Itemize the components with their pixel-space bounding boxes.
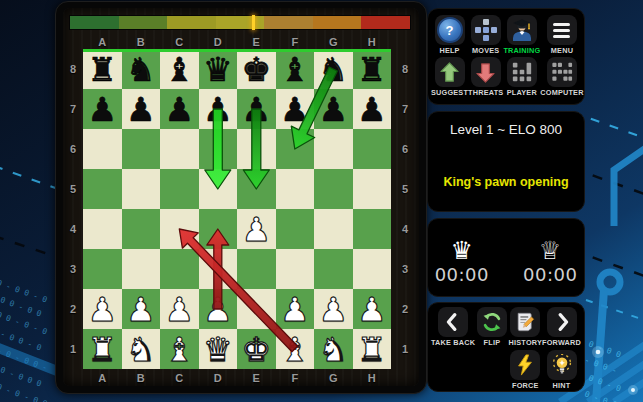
square-c7[interactable]: ♟ — [160, 89, 199, 129]
black-pawn[interactable]: ♟ — [83, 89, 122, 129]
file-label: C — [160, 36, 199, 48]
square-e2[interactable] — [237, 289, 276, 329]
file-label: B — [122, 372, 161, 384]
square-g8[interactable]: ♞ — [314, 49, 353, 89]
square-h5[interactable] — [353, 169, 392, 209]
forward-label: FORWARD — [542, 338, 581, 347]
square-e5[interactable] — [237, 169, 276, 209]
menu-icon — [547, 15, 577, 45]
square-f6[interactable] — [276, 129, 315, 169]
file-label: C — [160, 372, 199, 384]
black-bishop[interactable]: ♝ — [276, 49, 315, 89]
file-label: A — [83, 36, 122, 48]
white-pawn[interactable]: ♟ — [199, 289, 238, 329]
black-knight[interactable]: ♞ — [122, 49, 161, 89]
forward-button[interactable]: FORWARD — [542, 307, 581, 350]
square-b2[interactable]: ♟ — [122, 289, 161, 329]
force-button[interactable]: FORCE — [509, 350, 542, 393]
hint-label: HINT — [553, 381, 571, 390]
square-f5[interactable] — [276, 169, 315, 209]
square-a3[interactable] — [83, 249, 122, 289]
square-h7[interactable]: ♟ — [353, 89, 392, 129]
rank-label: 8 — [391, 63, 419, 75]
moves-label: MOVES — [472, 46, 499, 55]
file-labels-bottom: ABCDEFGH — [83, 369, 391, 386]
menu-label: MENU — [551, 46, 573, 55]
square-a1[interactable]: ♜ — [83, 329, 122, 369]
menu-button[interactable]: MENU — [540, 15, 583, 57]
square-g7[interactable]: ♟ — [314, 89, 353, 129]
square-c2[interactable]: ♟ — [160, 289, 199, 329]
board-area: ♜♞♝♛♚♝♞♜♟♟♟♟♟♟♟♟♟♟♟♟♟♟♟♟♜♞♝♛♚♝♞♜ — [83, 49, 391, 369]
white-king[interactable]: ♚ — [237, 329, 276, 369]
file-labels-top: ABCDEFGH — [83, 34, 391, 49]
eval-segment — [119, 16, 168, 29]
training-label: TRAINING — [503, 46, 540, 55]
file-label: E — [237, 36, 276, 48]
square-c3[interactable] — [160, 249, 199, 289]
square-e8[interactable]: ♚ — [237, 49, 276, 89]
flip-rotate-icon — [477, 307, 507, 337]
info-panel: Level 1 ~ ELO 800 King's pawn opening — [427, 111, 585, 212]
take-back-label: TAKE BACK — [431, 338, 475, 347]
square-f7[interactable]: ♟ — [276, 89, 315, 129]
black-queen[interactable]: ♛ — [199, 49, 238, 89]
rank-label: 6 — [391, 143, 419, 155]
square-g1[interactable]: ♞ — [314, 329, 353, 369]
file-label: E — [237, 372, 276, 384]
rank-label: 3 — [63, 263, 83, 275]
history-label: HISTORY — [509, 338, 542, 347]
square-h6[interactable] — [353, 129, 392, 169]
white-pawn[interactable]: ♟ — [83, 289, 122, 329]
file-label: F — [276, 372, 315, 384]
square-d3[interactable] — [199, 249, 238, 289]
square-g6[interactable] — [314, 129, 353, 169]
rank-labels-right: 87654321 — [391, 49, 419, 369]
opening-name-text: King's pawn opening — [428, 175, 584, 189]
lightbulb-icon — [547, 350, 577, 380]
rank-label: 2 — [63, 303, 83, 315]
black-rook[interactable]: ♜ — [353, 49, 392, 89]
square-a7[interactable]: ♟ — [83, 89, 122, 129]
take-back-button[interactable]: TAKE BACK — [431, 307, 475, 350]
white-queen[interactable]: ♛ — [199, 329, 238, 369]
computer-button[interactable]: COMPUTER — [540, 57, 583, 99]
rank-labels-left: 87654321 — [63, 49, 83, 369]
rank-label: 1 — [63, 343, 83, 355]
square-d1[interactable]: ♛ — [199, 329, 238, 369]
square-e7[interactable]: ♟ — [237, 89, 276, 129]
help-question-glyph: ? — [446, 23, 454, 38]
history-scroll-icon — [510, 307, 540, 337]
square-f1[interactable]: ♝ — [276, 329, 315, 369]
white-queen-icon: ♛ — [435, 238, 489, 263]
black-pawn[interactable]: ♟ — [237, 89, 276, 129]
square-e3[interactable] — [237, 249, 276, 289]
white-pawn[interactable]: ♟ — [314, 289, 353, 329]
history-button[interactable]: HISTORY — [509, 307, 542, 350]
file-label: B — [122, 36, 161, 48]
eval-segment — [361, 16, 410, 29]
force-label: FORCE — [512, 381, 539, 390]
square-d2[interactable]: ♟ — [199, 289, 238, 329]
white-bishop[interactable]: ♝ — [276, 329, 315, 369]
square-c8[interactable]: ♝ — [160, 49, 199, 89]
turn-indicator — [83, 49, 391, 52]
help-icon: ? — [435, 15, 465, 45]
player-grid-icon — [507, 57, 537, 87]
square-b7[interactable]: ♟ — [122, 89, 161, 129]
square-d7[interactable]: ♟ — [199, 89, 238, 129]
level-text: Level 1 ~ ELO 800 — [428, 122, 584, 137]
rank-label: 6 — [63, 143, 83, 155]
moves-icon — [471, 15, 501, 45]
rank-label: 2 — [391, 303, 419, 315]
white-rook[interactable]: ♜ — [353, 329, 392, 369]
menu-panel: ? HELP MOVES — [427, 8, 585, 105]
controls-panel: TAKE BACK FLIP — [427, 302, 585, 392]
square-h2[interactable]: ♟ — [353, 289, 392, 329]
square-d8[interactable]: ♛ — [199, 49, 238, 89]
eval-segment — [216, 16, 265, 29]
rank-label: 1 — [391, 343, 419, 355]
eval-segment — [313, 16, 362, 29]
square-b3[interactable] — [122, 249, 161, 289]
rank-label: 4 — [391, 223, 419, 235]
square-e4[interactable]: ♟ — [237, 209, 276, 249]
rank-label: 8 — [63, 63, 83, 75]
help-label: HELP — [439, 46, 459, 55]
chess-app-window: 0 - 0 0 - 0 - 0 0 - 0 0 0 0 - 0 - 0 0 - … — [0, 0, 643, 402]
white-knight[interactable]: ♞ — [314, 329, 353, 369]
player-button[interactable]: PLAYER — [503, 57, 540, 99]
square-b1[interactable]: ♞ — [122, 329, 161, 369]
white-pawn[interactable]: ♟ — [353, 289, 392, 329]
flip-label: FLIP — [484, 338, 501, 347]
suggest-button[interactable]: SUGGEST — [431, 57, 468, 99]
file-label: F — [276, 36, 315, 48]
lightning-bolt-icon — [510, 350, 540, 380]
square-c4[interactable] — [160, 209, 199, 249]
white-pawn[interactable]: ♟ — [276, 289, 315, 329]
black-pawn[interactable]: ♟ — [122, 89, 161, 129]
black-pawn[interactable]: ♟ — [276, 89, 315, 129]
square-b6[interactable] — [122, 129, 161, 169]
square-a2[interactable]: ♟ — [83, 289, 122, 329]
rank-label: 7 — [391, 103, 419, 115]
evaluation-bar — [69, 15, 411, 30]
black-clock-time: 00:00 — [523, 264, 577, 285]
white-pawn[interactable]: ♟ — [122, 289, 161, 329]
rank-label: 7 — [63, 103, 83, 115]
black-pawn[interactable]: ♟ — [199, 89, 238, 129]
rank-label: 3 — [391, 263, 419, 275]
rank-label: 4 — [63, 223, 83, 235]
help-button[interactable]: ? HELP — [431, 15, 468, 57]
square-c1[interactable]: ♝ — [160, 329, 199, 369]
evaluation-marker — [252, 15, 255, 30]
eval-segment — [70, 16, 119, 29]
square-c5[interactable] — [160, 169, 199, 209]
square-d6[interactable] — [199, 129, 238, 169]
square-e6[interactable] — [237, 129, 276, 169]
square-b8[interactable]: ♞ — [122, 49, 161, 89]
square-f3[interactable] — [276, 249, 315, 289]
white-pawn[interactable]: ♟ — [160, 289, 199, 329]
square-b5[interactable] — [122, 169, 161, 209]
square-e1[interactable]: ♚ — [237, 329, 276, 369]
square-h4[interactable] — [353, 209, 392, 249]
training-icon — [507, 15, 537, 45]
file-label: D — [199, 372, 238, 384]
computer-label: COMPUTER — [540, 88, 583, 97]
hint-button[interactable]: HINT — [542, 350, 581, 393]
black-bishop[interactable]: ♝ — [160, 49, 199, 89]
rank-label: 5 — [63, 183, 83, 195]
white-bishop[interactable]: ♝ — [160, 329, 199, 369]
eval-segment — [167, 16, 216, 29]
suggest-arrow-icon — [435, 57, 465, 87]
player-label: PLAYER — [507, 88, 537, 97]
training-button[interactable]: TRAINING — [503, 15, 540, 57]
file-label: H — [353, 372, 392, 384]
square-g2[interactable]: ♟ — [314, 289, 353, 329]
file-label: A — [83, 372, 122, 384]
moves-button[interactable]: MOVES — [468, 15, 503, 57]
square-g4[interactable] — [314, 209, 353, 249]
square-d5[interactable] — [199, 169, 238, 209]
file-label: D — [199, 36, 238, 48]
threats-label: THREATS — [468, 88, 503, 97]
square-g3[interactable] — [314, 249, 353, 289]
square-a5[interactable] — [83, 169, 122, 209]
black-rook[interactable]: ♜ — [83, 49, 122, 89]
black-king[interactable]: ♚ — [237, 49, 276, 89]
chevron-right-icon — [547, 307, 577, 337]
square-a6[interactable] — [83, 129, 122, 169]
square-d4[interactable] — [199, 209, 238, 249]
board-frame: ABCDEFGH 87654321 ♜♞♝♛♚♝♞♜♟♟♟♟♟♟♟♟♟♟♟♟♟♟… — [63, 8, 419, 386]
square-f2[interactable]: ♟ — [276, 289, 315, 329]
threats-button[interactable]: THREATS — [468, 57, 503, 99]
file-label: H — [353, 36, 392, 48]
square-g5[interactable] — [314, 169, 353, 209]
threats-arrow-icon — [471, 57, 501, 87]
square-h3[interactable] — [353, 249, 392, 289]
board-shell: ABCDEFGH 87654321 ♜♞♝♛♚♝♞♜♟♟♟♟♟♟♟♟♟♟♟♟♟♟… — [55, 1, 427, 394]
file-label: G — [314, 36, 353, 48]
black-pawn[interactable]: ♟ — [314, 89, 353, 129]
flip-button[interactable]: FLIP — [475, 307, 508, 350]
square-f8[interactable]: ♝ — [276, 49, 315, 89]
black-queen-icon: ♕ — [523, 238, 577, 263]
white-clock: ♛ 00:00 — [435, 238, 489, 285]
square-a4[interactable] — [83, 209, 122, 249]
white-pawn[interactable]: ♟ — [237, 209, 276, 249]
black-knight[interactable]: ♞ — [314, 49, 353, 89]
suggest-label: SUGGEST — [431, 88, 468, 97]
square-c6[interactable] — [160, 129, 199, 169]
chess-board[interactable]: ♜♞♝♛♚♝♞♜♟♟♟♟♟♟♟♟♟♟♟♟♟♟♟♟♜♞♝♛♚♝♞♜ — [83, 49, 391, 369]
clock-panel: ♛ 00:00 ♕ 00:00 — [427, 218, 585, 297]
square-h8[interactable]: ♜ — [353, 49, 392, 89]
square-b4[interactable] — [122, 209, 161, 249]
file-label: G — [314, 372, 353, 384]
white-clock-time: 00:00 — [435, 264, 489, 285]
chevron-left-icon — [438, 307, 468, 337]
white-knight[interactable]: ♞ — [122, 329, 161, 369]
computer-grid-icon — [547, 57, 577, 87]
rank-label: 5 — [391, 183, 419, 195]
black-clock: ♕ 00:00 — [523, 238, 577, 285]
black-pawn[interactable]: ♟ — [160, 89, 199, 129]
black-pawn[interactable]: ♟ — [353, 89, 392, 129]
square-f4[interactable] — [276, 209, 315, 249]
eval-segment — [264, 16, 313, 29]
white-rook[interactable]: ♜ — [83, 329, 122, 369]
square-a8[interactable]: ♜ — [83, 49, 122, 89]
square-h1[interactable]: ♜ — [353, 329, 392, 369]
